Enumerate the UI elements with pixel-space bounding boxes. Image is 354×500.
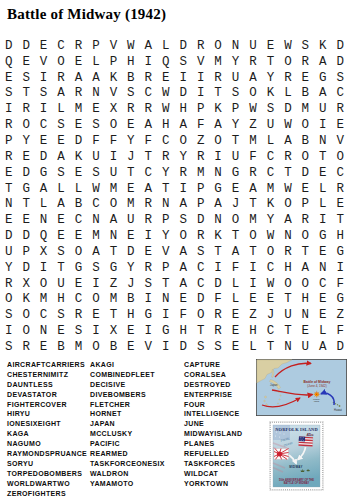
grid-cell: E bbox=[52, 228, 69, 244]
grid-cell: E bbox=[122, 339, 139, 355]
grid-cell: A bbox=[175, 117, 192, 133]
grid-cell: K bbox=[314, 38, 331, 54]
grid-cell: E bbox=[35, 339, 52, 355]
grid-cell: U bbox=[297, 339, 314, 355]
grid-cell: D bbox=[17, 260, 34, 276]
grid-cell: O bbox=[105, 117, 122, 133]
grid-cell: X bbox=[105, 323, 122, 339]
grid-cell: I bbox=[140, 292, 157, 308]
grid-cell: L bbox=[314, 323, 331, 339]
word-list-item: FOUR bbox=[184, 400, 242, 410]
stamp-caption-line1: 50th ANNIVERSARY OF THE bbox=[279, 478, 314, 482]
grid-cell: Y bbox=[262, 212, 279, 228]
grid-cell: H bbox=[122, 307, 139, 323]
word-list-column-1: AIRCRAFTCARRIERSCHESTERNIMITZDAUNTLESSDE… bbox=[7, 360, 87, 498]
grid-cell: J bbox=[122, 276, 139, 292]
grid-cell: E bbox=[52, 323, 69, 339]
grid-cell: C bbox=[70, 292, 87, 308]
grid-cell: A bbox=[52, 149, 69, 165]
grid-cell: M bbox=[192, 165, 209, 181]
grid-cell: G bbox=[332, 244, 349, 260]
grid-cell: T bbox=[279, 323, 296, 339]
grid-cell: O bbox=[332, 149, 349, 165]
grid-cell: T bbox=[157, 181, 174, 197]
grid-cell: L bbox=[227, 292, 244, 308]
grid-cell: T bbox=[52, 260, 69, 276]
grid-cell: R bbox=[70, 307, 87, 323]
grid-cell: S bbox=[52, 244, 69, 260]
grid-cell: E bbox=[244, 292, 261, 308]
word-list-item: KAGA bbox=[7, 429, 87, 439]
grid-cell: I bbox=[192, 70, 209, 86]
grid-cell: Y bbox=[122, 133, 139, 149]
grid-cell: E bbox=[122, 323, 139, 339]
grid-cell: U bbox=[105, 165, 122, 181]
grid-cell: D bbox=[17, 228, 34, 244]
grid-cell: N bbox=[279, 339, 296, 355]
grid-cell: S bbox=[0, 339, 17, 355]
grid-cell: F bbox=[175, 307, 192, 323]
grid-cell: C bbox=[262, 149, 279, 165]
grid-cell: E bbox=[70, 228, 87, 244]
word-list-item: WILDCAT bbox=[184, 469, 242, 479]
grid-cell: O bbox=[244, 228, 261, 244]
grid-cell: R bbox=[17, 101, 34, 117]
grid-cell: G bbox=[314, 70, 331, 86]
grid-cell: U bbox=[279, 307, 296, 323]
grid-cell: N bbox=[297, 307, 314, 323]
grid-cell: F bbox=[332, 323, 349, 339]
grid-cell: I bbox=[0, 101, 17, 117]
grid-cell: C bbox=[262, 323, 279, 339]
grid-cell: C bbox=[314, 276, 331, 292]
grid-cell: T bbox=[17, 86, 34, 102]
grid-cell: M bbox=[70, 339, 87, 355]
grid-cell: L bbox=[314, 196, 331, 212]
grid-cell: R bbox=[332, 101, 349, 117]
grid-cell: P bbox=[0, 133, 17, 149]
grid-cell: U bbox=[0, 244, 17, 260]
us-flag-icon bbox=[299, 437, 313, 447]
grid-cell: H bbox=[157, 117, 174, 133]
grid-cell: I bbox=[192, 86, 209, 102]
grid-cell: T bbox=[157, 276, 174, 292]
grid-cell: E bbox=[70, 165, 87, 181]
grid-cell: R bbox=[70, 86, 87, 102]
grid-cell: C bbox=[262, 165, 279, 181]
grid-cell: O bbox=[52, 54, 69, 70]
grid-cell: R bbox=[52, 70, 69, 86]
word-list-item: FLETCHER bbox=[90, 400, 165, 410]
grid-cell: Z bbox=[244, 117, 261, 133]
grid-cell: A bbox=[175, 276, 192, 292]
grid-cell: N bbox=[157, 196, 174, 212]
word-list-item: WALDRON bbox=[90, 469, 165, 479]
grid-cell: M bbox=[209, 54, 226, 70]
grid-cell: O bbox=[87, 339, 104, 355]
grid-cell: J bbox=[122, 149, 139, 165]
grid-cell: M bbox=[87, 228, 104, 244]
grid-cell: A bbox=[279, 212, 296, 228]
grid-cell: T bbox=[279, 165, 296, 181]
word-list-item: NAGUMO bbox=[7, 439, 87, 449]
grid-cell: A bbox=[105, 212, 122, 228]
grid-cell: V bbox=[332, 133, 349, 149]
grid-cell: N bbox=[105, 228, 122, 244]
grid-cell: E bbox=[332, 196, 349, 212]
grid-cell: A bbox=[70, 70, 87, 86]
grid-cell: Y bbox=[227, 54, 244, 70]
grid-cell: Z bbox=[332, 307, 349, 323]
grid-cell: R bbox=[279, 149, 296, 165]
grid-cell: C bbox=[140, 165, 157, 181]
grid-cell: N bbox=[35, 212, 52, 228]
grid-cell: R bbox=[0, 149, 17, 165]
grid-cell: A bbox=[209, 196, 226, 212]
grid-cell: H bbox=[52, 292, 69, 308]
grid-cell: U bbox=[262, 117, 279, 133]
grid-cell: E bbox=[157, 70, 174, 86]
grid-cell: O bbox=[209, 38, 226, 54]
grid-cell: U bbox=[244, 38, 261, 54]
grid-cell: N bbox=[314, 260, 331, 276]
grid-cell: R bbox=[140, 212, 157, 228]
grid-cell: R bbox=[279, 244, 296, 260]
grid-cell: R bbox=[140, 260, 157, 276]
grid-cell: V bbox=[105, 38, 122, 54]
grid-cell: I bbox=[87, 276, 104, 292]
grid-cell: E bbox=[52, 133, 69, 149]
grid-cell: D bbox=[297, 165, 314, 181]
grid-cell: Z bbox=[244, 307, 261, 323]
grid-cell: R bbox=[122, 101, 139, 117]
grid-cell: I bbox=[105, 149, 122, 165]
grid-cell: C bbox=[192, 276, 209, 292]
grid-cell: Q bbox=[0, 54, 17, 70]
word-list-item: CAPTURE bbox=[184, 360, 242, 370]
grid-cell: I bbox=[209, 149, 226, 165]
grid-cell: E bbox=[314, 307, 331, 323]
grid-cell: T bbox=[209, 244, 226, 260]
grid-cell: N bbox=[209, 212, 226, 228]
grid-cell: O bbox=[297, 228, 314, 244]
grid-cell: B bbox=[122, 70, 139, 86]
grid-cell: O bbox=[244, 86, 261, 102]
grid-cell: U bbox=[314, 101, 331, 117]
grid-cell: T bbox=[192, 323, 209, 339]
grid-cell: S bbox=[35, 86, 52, 102]
grid-cell: G bbox=[209, 181, 226, 197]
grid-cell: C bbox=[332, 165, 349, 181]
grid-cell: S bbox=[52, 117, 69, 133]
grid-cell: D bbox=[332, 339, 349, 355]
grid-cell: D bbox=[209, 276, 226, 292]
grid-cell: W bbox=[244, 101, 261, 117]
grid-cell: V bbox=[105, 86, 122, 102]
grid-cell: C bbox=[192, 260, 209, 276]
word-list-item: YAMAMOTO bbox=[90, 479, 165, 489]
grid-cell: C bbox=[52, 38, 69, 54]
grid-cell: A bbox=[52, 196, 69, 212]
grid-cell: D bbox=[332, 54, 349, 70]
word-list-column-2: AKAGICOMBINEDFLEETDECISIVEDIVEBOMBERSFLE… bbox=[90, 360, 165, 489]
grid-cell: C bbox=[87, 196, 104, 212]
grid-cell: R bbox=[0, 117, 17, 133]
grid-cell: E bbox=[227, 339, 244, 355]
grid-cell: O bbox=[279, 196, 296, 212]
grid-cell: K bbox=[262, 86, 279, 102]
grid-cell: I bbox=[157, 339, 174, 355]
word-list-item: AIRCRAFTCARRIERS bbox=[7, 360, 87, 370]
word-list-item: DAUNTLESS bbox=[7, 380, 87, 390]
grid-cell: M bbox=[297, 101, 314, 117]
grid-cell: E bbox=[122, 117, 139, 133]
grid-cell: D bbox=[35, 149, 52, 165]
grid-cell: U bbox=[227, 149, 244, 165]
grid-cell: V bbox=[35, 54, 52, 70]
grid-cell: O bbox=[192, 307, 209, 323]
grid-cell: A bbox=[140, 117, 157, 133]
grid-cell: N bbox=[35, 323, 52, 339]
grid-cell: W bbox=[87, 181, 104, 197]
grid-cell: O bbox=[87, 292, 104, 308]
map-caption-line2: (June 4, 1942) bbox=[307, 384, 326, 388]
word-list-item: COMBINEDFLEET bbox=[90, 370, 165, 380]
word-list-item: MCCLUSKY bbox=[90, 429, 165, 439]
grid-cell: E bbox=[227, 323, 244, 339]
grid-cell: V bbox=[140, 339, 157, 355]
grid-cell: S bbox=[227, 86, 244, 102]
grid-cell: I bbox=[157, 307, 174, 323]
grid-cell: L bbox=[87, 54, 104, 70]
grid-cell: B bbox=[297, 86, 314, 102]
grid-cell: L bbox=[52, 181, 69, 197]
grid-cell: O bbox=[297, 149, 314, 165]
grid-cell: F bbox=[209, 292, 226, 308]
grid-cell: V bbox=[157, 244, 174, 260]
grid-cell: T bbox=[314, 149, 331, 165]
grid-cell: L bbox=[244, 339, 261, 355]
grid-cell: O bbox=[227, 212, 244, 228]
grid-cell: E bbox=[122, 228, 139, 244]
word-list-item: TASKFORCEONESIX bbox=[90, 459, 165, 469]
grid-cell: I bbox=[314, 212, 331, 228]
grid-cell: J bbox=[262, 307, 279, 323]
word-list-item: DIVEBOMBERS bbox=[90, 390, 165, 400]
grid-cell: I bbox=[314, 117, 331, 133]
grid-cell: E bbox=[262, 292, 279, 308]
grid-cell: O bbox=[105, 196, 122, 212]
grid-cell: A bbox=[52, 86, 69, 102]
grid-cell: D bbox=[17, 38, 34, 54]
grid-cell: R bbox=[192, 149, 209, 165]
grid-cell: R bbox=[209, 70, 226, 86]
grid-cell: K bbox=[105, 70, 122, 86]
grid-cell: S bbox=[0, 86, 17, 102]
grid-cell: Y bbox=[17, 133, 34, 149]
grid-cell: Z bbox=[192, 133, 209, 149]
grid-cell: S bbox=[70, 323, 87, 339]
grid-cell: A bbox=[140, 38, 157, 54]
grid-cell: T bbox=[262, 339, 279, 355]
grid-cell: D bbox=[0, 228, 17, 244]
grid-cell: O bbox=[297, 276, 314, 292]
grid-cell: D bbox=[332, 38, 349, 54]
grid-cell: E bbox=[297, 181, 314, 197]
word-list-item: JUNE bbox=[184, 419, 242, 429]
grid-cell: E bbox=[70, 117, 87, 133]
grid-cell: C bbox=[70, 212, 87, 228]
grid-cell: Y bbox=[122, 260, 139, 276]
grid-cell: E bbox=[262, 38, 279, 54]
grid-cell: T bbox=[105, 307, 122, 323]
grid-cell: X bbox=[35, 244, 52, 260]
grid-cell: V bbox=[192, 54, 209, 70]
grid-cell: Y bbox=[0, 260, 17, 276]
grid-cell: O bbox=[279, 54, 296, 70]
grid-cell: H bbox=[279, 260, 296, 276]
grid-cell: R bbox=[244, 165, 261, 181]
grid-cell: A bbox=[35, 181, 52, 197]
word-list-item: DESTROYED bbox=[184, 380, 242, 390]
stamp-denomination: 45c bbox=[307, 432, 315, 437]
grid-cell: R bbox=[209, 307, 226, 323]
grid-cell: E bbox=[297, 70, 314, 86]
word-list-item: TASKFORCES bbox=[184, 459, 242, 469]
word-list-item: DECISIVE bbox=[90, 380, 165, 390]
grid-cell: G bbox=[227, 165, 244, 181]
grid-cell: N bbox=[227, 38, 244, 54]
grid-cell: A bbox=[175, 244, 192, 260]
grid-cell: D bbox=[0, 38, 17, 54]
word-list-item: PLANES bbox=[184, 439, 242, 449]
grid-cell: H bbox=[175, 323, 192, 339]
grid-cell: I bbox=[35, 260, 52, 276]
grid-cell: N bbox=[314, 133, 331, 149]
grid-cell: H bbox=[122, 54, 139, 70]
grid-cell: E bbox=[314, 292, 331, 308]
stamp-caption-line2: BATTLE OF MIDWAY bbox=[284, 481, 310, 485]
grid-cell: A bbox=[175, 260, 192, 276]
grid-cell: B bbox=[122, 292, 139, 308]
grid-cell: T bbox=[17, 196, 34, 212]
grid-cell: I bbox=[244, 276, 261, 292]
grid-cell: I bbox=[175, 70, 192, 86]
grid-cell: F bbox=[244, 149, 261, 165]
grid-cell: P bbox=[87, 38, 104, 54]
grid-cell: L bbox=[227, 276, 244, 292]
grid-cell: C bbox=[35, 307, 52, 323]
grid-cell: E bbox=[332, 117, 349, 133]
grid-cell: Q bbox=[35, 228, 52, 244]
grid-cell: W bbox=[262, 228, 279, 244]
grid-cell: A bbox=[314, 86, 331, 102]
grid-cell: H bbox=[175, 101, 192, 117]
grid-cell: E bbox=[140, 244, 157, 260]
grid-cell: C bbox=[140, 86, 157, 102]
grid-cell: E bbox=[314, 244, 331, 260]
grid-cell: E bbox=[297, 323, 314, 339]
grid-cell: F bbox=[140, 133, 157, 149]
grid-cell: R bbox=[332, 181, 349, 197]
grid-cell: R bbox=[140, 196, 157, 212]
grid-cell: K bbox=[70, 149, 87, 165]
grid-cell: S bbox=[0, 307, 17, 323]
grid-cell: D bbox=[279, 101, 296, 117]
grid-cell: W bbox=[157, 101, 174, 117]
grid-cell: S bbox=[192, 244, 209, 260]
grid-cell: G bbox=[70, 260, 87, 276]
grid-cell: K bbox=[262, 196, 279, 212]
grid-cell: L bbox=[35, 196, 52, 212]
grid-cell: G bbox=[105, 260, 122, 276]
grid-cell: K bbox=[209, 101, 226, 117]
grid-cell: P bbox=[157, 212, 174, 228]
grid-cell: E bbox=[35, 38, 52, 54]
grid-cell: R bbox=[192, 38, 209, 54]
grid-cell: E bbox=[0, 70, 17, 86]
word-list-item: JAPAN bbox=[90, 419, 165, 429]
grid-cell: S bbox=[209, 339, 226, 355]
grid-cell: Z bbox=[105, 276, 122, 292]
norfolk-island-stamp-image: NORFOLK ISLAND 45c Pacific Ocean bbox=[269, 421, 324, 491]
grid-cell: U bbox=[227, 70, 244, 86]
grid-cell: R bbox=[209, 323, 226, 339]
grid-cell: E bbox=[227, 307, 244, 323]
grid-cell: S bbox=[175, 212, 192, 228]
grid-cell: R bbox=[192, 228, 209, 244]
word-list-item: YORKTOWN bbox=[184, 479, 242, 489]
grid-cell: P bbox=[192, 181, 209, 197]
grid-cell: O bbox=[17, 323, 34, 339]
grid-cell: O bbox=[70, 244, 87, 260]
grid-cell: P bbox=[192, 196, 209, 212]
grid-cell: I bbox=[140, 228, 157, 244]
grid-cell: A bbox=[244, 70, 261, 86]
grid-cell: W bbox=[262, 276, 279, 292]
map-label-hawaii: Hawaii bbox=[334, 408, 342, 412]
grid-cell: N bbox=[279, 228, 296, 244]
grid-cell: N bbox=[157, 292, 174, 308]
grid-cell: T bbox=[332, 212, 349, 228]
grid-cell: T bbox=[140, 149, 157, 165]
word-list-item: FIGHTERCOVER bbox=[7, 400, 87, 410]
grid-cell: D bbox=[175, 339, 192, 355]
grid-cell: B bbox=[297, 133, 314, 149]
grid-cell: M bbox=[262, 181, 279, 197]
grid-cell: L bbox=[70, 181, 87, 197]
grid-cell: J bbox=[227, 196, 244, 212]
grid-cell: I bbox=[332, 260, 349, 276]
grid-cell: S bbox=[192, 339, 209, 355]
grid-cell: O bbox=[262, 244, 279, 260]
grid-cell: C bbox=[262, 260, 279, 276]
grid-cell: T bbox=[122, 165, 139, 181]
grid-cell: M bbox=[122, 196, 139, 212]
grid-cell: P bbox=[192, 101, 209, 117]
grid-cell: E bbox=[0, 212, 17, 228]
grid-cell: M bbox=[105, 181, 122, 197]
grid-cell: Y bbox=[157, 228, 174, 244]
grid-cell: W bbox=[122, 38, 139, 54]
grid-cell: F bbox=[87, 133, 104, 149]
grid-cell: I bbox=[35, 101, 52, 117]
grid-cell: S bbox=[262, 101, 279, 117]
grid-cell: S bbox=[122, 86, 139, 102]
grid-cell: N bbox=[0, 196, 17, 212]
word-list-item: ENTERPRISE bbox=[184, 390, 242, 400]
grid-cell: H bbox=[332, 228, 349, 244]
